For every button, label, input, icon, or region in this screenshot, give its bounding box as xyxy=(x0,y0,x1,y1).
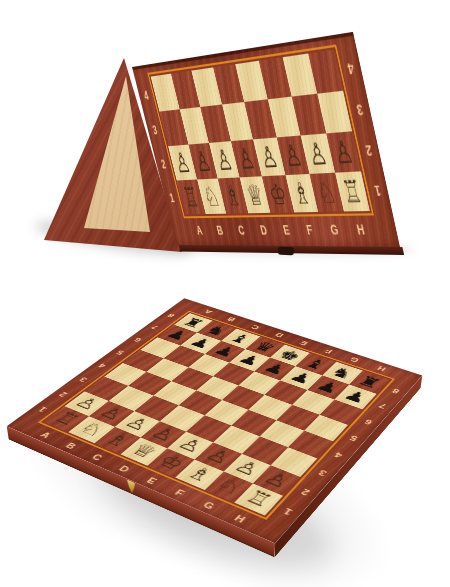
square-h6 xyxy=(320,399,363,425)
white-piece-e2: ♙ xyxy=(167,431,213,459)
white-piece-b1: ♘ xyxy=(69,416,115,443)
product-photo: 4321 4321 ABCDEFGH ♙♙♙♙♙♙♙♙♖♘♗♕♔♗♘♖ ABCD… xyxy=(0,0,450,587)
square-e3 xyxy=(186,415,231,442)
square-f2: ♙ xyxy=(195,442,242,471)
coordinate-label: 5 xyxy=(349,434,360,442)
coordinate-label: B xyxy=(64,442,78,451)
square-d3 xyxy=(160,405,205,431)
white-piece-c2: ♙ xyxy=(115,411,160,438)
coordinate-label: 6 xyxy=(364,418,375,426)
coordinate-label: A xyxy=(203,309,214,315)
coordinate-label: F xyxy=(173,488,186,497)
coordinate-label: 8 xyxy=(167,313,177,319)
coordinate-label: D xyxy=(117,464,131,473)
square-h5 xyxy=(304,415,348,442)
square-e4 xyxy=(205,400,249,426)
coordinate-label: F xyxy=(324,348,334,354)
coordinate-label: D xyxy=(274,332,285,338)
coordinate-label: 2 xyxy=(300,487,312,496)
white-piece-d2: ♙ xyxy=(141,421,187,448)
flat-board-scene: ABCDEFGH ABCDEFGH 87654321 87654321 ♜♞♝♛… xyxy=(0,0,450,587)
square-f4 xyxy=(232,410,276,436)
square-h2: ♙ xyxy=(253,465,301,496)
white-piece-f2: ♙ xyxy=(195,442,242,471)
coordinate-label: 8 xyxy=(391,388,401,395)
white-piece-a1: ♖ xyxy=(44,406,90,432)
square-g2: ♙ xyxy=(223,453,270,483)
square-f1: ♗ xyxy=(175,460,223,490)
flat-board: ABCDEFGH ABCDEFGH 87654321 87654321 ♜♞♝♛… xyxy=(7,298,423,543)
coordinate-label: 3 xyxy=(78,376,89,383)
square-h1: ♖ xyxy=(234,483,283,515)
coordinate-label: 6 xyxy=(133,337,144,343)
white-piece-h1: ♖ xyxy=(234,483,283,515)
coordinate-label: G xyxy=(349,356,361,363)
square-c2: ♙ xyxy=(115,411,160,438)
coordinate-label: C xyxy=(249,324,260,330)
coordinate-label: G xyxy=(201,500,216,511)
square-c1: ♗ xyxy=(94,427,141,455)
square-e2: ♙ xyxy=(167,431,213,459)
coordinate-label: 4 xyxy=(97,362,108,369)
square-g4 xyxy=(259,420,304,447)
perspective-wrapper: ABCDEFGH ABCDEFGH 87654321 87654321 ♜♞♝♛… xyxy=(0,280,450,587)
square-d2: ♙ xyxy=(141,421,187,448)
coordinate-label: 4 xyxy=(333,451,344,459)
white-piece-c1: ♗ xyxy=(94,427,141,455)
white-piece-f1: ♗ xyxy=(175,460,223,490)
white-piece-e1: ♔ xyxy=(148,448,196,477)
squares-grid: ♜♞♝♛♚♝♞♜♟♟♟♟♟♟♟♟♙♙♙♙♙♙♙♙♖♘♗♕♔♗♘♖ xyxy=(38,311,395,520)
coordinate-label: C xyxy=(90,453,104,462)
square-a1: ♖ xyxy=(44,406,90,432)
square-h3 xyxy=(271,447,317,476)
white-piece-g1: ♘ xyxy=(204,471,253,502)
rank-labels-right: 87654321 xyxy=(269,381,412,527)
square-b2: ♙ xyxy=(89,401,134,427)
coordinate-label: 3 xyxy=(317,469,329,478)
coordinate-label: E xyxy=(299,340,310,346)
white-piece-b2: ♙ xyxy=(89,401,134,427)
coordinate-label: 1 xyxy=(37,405,49,412)
square-e1: ♔ xyxy=(148,448,196,477)
square-h4 xyxy=(288,431,333,459)
file-labels-near: ABCDEFGH xyxy=(26,425,261,532)
coordinate-label: A xyxy=(38,431,52,440)
coordinate-label: 7 xyxy=(378,402,388,409)
coordinate-label: E xyxy=(145,476,159,485)
square-g1: ♘ xyxy=(204,471,253,502)
square-g3 xyxy=(242,436,288,464)
flat-board-face: ABCDEFGH ABCDEFGH 87654321 87654321 ♜♞♝♛… xyxy=(7,298,423,543)
coordinate-label: B xyxy=(226,316,237,322)
square-d1: ♕ xyxy=(120,437,167,466)
white-piece-g2: ♙ xyxy=(223,453,270,483)
square-b1: ♘ xyxy=(69,416,115,443)
coordinate-label: H xyxy=(376,365,387,372)
coordinate-label: H xyxy=(232,514,247,525)
coordinate-label: 7 xyxy=(150,324,160,330)
coordinate-label: 5 xyxy=(115,349,126,355)
coordinate-label: 2 xyxy=(58,391,70,398)
square-f3 xyxy=(214,426,260,454)
white-piece-d1: ♕ xyxy=(120,437,167,466)
white-piece-h2: ♙ xyxy=(253,465,301,496)
coordinate-label: 1 xyxy=(282,507,295,517)
square-g5 xyxy=(276,405,320,431)
